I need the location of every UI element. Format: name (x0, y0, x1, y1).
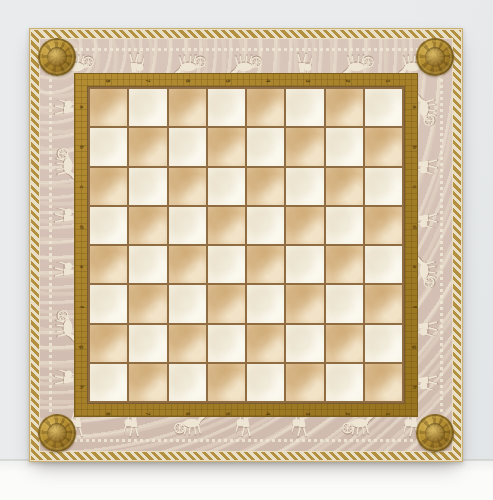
coord-left-f: f (79, 306, 85, 308)
square-b3[interactable] (129, 285, 166, 322)
square-f2[interactable] (286, 325, 323, 362)
square-c8[interactable] (169, 89, 206, 126)
square-d1[interactable] (208, 364, 245, 401)
corner-medallion-bottom-right (416, 414, 454, 452)
square-f1[interactable] (286, 364, 323, 401)
coord-left-a: a (79, 105, 85, 108)
square-g7[interactable] (326, 128, 363, 165)
square-f3[interactable] (286, 285, 323, 322)
coord-right-c: c (412, 185, 418, 188)
square-g5[interactable] (326, 207, 363, 244)
square-a8[interactable] (90, 89, 127, 126)
square-e2[interactable] (247, 325, 284, 362)
coord-bottom-2: 2 (345, 412, 351, 415)
square-c6[interactable] (169, 168, 206, 205)
coord-bottom-5: 5 (225, 412, 231, 415)
square-a3[interactable] (90, 285, 127, 322)
coord-right-e: e (412, 265, 418, 268)
coord-left-e: e (79, 265, 85, 268)
coord-left-c: c (79, 185, 85, 188)
coord-top-2: 2 (345, 79, 351, 82)
square-d5[interactable] (208, 207, 245, 244)
square-h2[interactable] (365, 325, 402, 362)
table-surface (0, 460, 493, 500)
coord-bottom-1: 1 (385, 412, 391, 415)
square-g6[interactable] (326, 168, 363, 205)
coord-top-3: 3 (305, 79, 311, 82)
square-c1[interactable] (169, 364, 206, 401)
square-b1[interactable] (129, 364, 166, 401)
coord-right-g: g (412, 345, 418, 349)
square-h5[interactable] (365, 207, 402, 244)
square-f6[interactable] (286, 168, 323, 205)
square-h8[interactable] (365, 89, 402, 126)
square-b5[interactable] (129, 207, 166, 244)
squares-grid (87, 86, 405, 404)
square-d2[interactable] (208, 325, 245, 362)
square-f5[interactable] (286, 207, 323, 244)
square-c4[interactable] (169, 246, 206, 283)
square-c3[interactable] (169, 285, 206, 322)
square-e7[interactable] (247, 128, 284, 165)
square-g1[interactable] (326, 364, 363, 401)
square-e4[interactable] (247, 246, 284, 283)
square-f8[interactable] (286, 89, 323, 126)
square-d8[interactable] (208, 89, 245, 126)
square-g4[interactable] (326, 246, 363, 283)
square-e6[interactable] (247, 168, 284, 205)
square-b6[interactable] (129, 168, 166, 205)
square-d4[interactable] (208, 246, 245, 283)
coord-bottom-3: 3 (305, 412, 311, 415)
coord-top-8: 8 (105, 79, 111, 82)
coord-top-5: 5 (225, 79, 231, 82)
square-c5[interactable] (169, 207, 206, 244)
coord-left-d: d (79, 225, 85, 229)
square-g3[interactable] (326, 285, 363, 322)
coord-bottom-6: 6 (185, 412, 191, 415)
square-h7[interactable] (365, 128, 402, 165)
square-a1[interactable] (90, 364, 127, 401)
square-b7[interactable] (129, 128, 166, 165)
square-a7[interactable] (90, 128, 127, 165)
coord-right-d: d (412, 225, 418, 229)
chess-board: 8765432187654321abcdefghabcdefgh (29, 28, 463, 462)
coord-left-g: g (79, 345, 85, 349)
square-a6[interactable] (90, 168, 127, 205)
square-c2[interactable] (169, 325, 206, 362)
corner-medallion-top-right (416, 38, 454, 76)
square-d6[interactable] (208, 168, 245, 205)
square-a5[interactable] (90, 207, 127, 244)
coord-left-b: b (79, 145, 85, 149)
square-h1[interactable] (365, 364, 402, 401)
square-a2[interactable] (90, 325, 127, 362)
square-e3[interactable] (247, 285, 284, 322)
coord-left-h: h (79, 385, 85, 389)
square-d7[interactable] (208, 128, 245, 165)
square-c7[interactable] (169, 128, 206, 165)
square-b8[interactable] (129, 89, 166, 126)
coord-bottom-4: 4 (265, 412, 271, 415)
coord-bottom-7: 7 (145, 412, 151, 415)
coord-right-h: h (412, 385, 418, 389)
square-f7[interactable] (286, 128, 323, 165)
square-a4[interactable] (90, 246, 127, 283)
square-g8[interactable] (326, 89, 363, 126)
coord-top-6: 6 (185, 79, 191, 82)
square-e1[interactable] (247, 364, 284, 401)
square-h4[interactable] (365, 246, 402, 283)
coord-top-4: 4 (265, 79, 271, 82)
square-d3[interactable] (208, 285, 245, 322)
square-b2[interactable] (129, 325, 166, 362)
square-h3[interactable] (365, 285, 402, 322)
square-g2[interactable] (326, 325, 363, 362)
coord-top-7: 7 (145, 79, 151, 82)
coord-right-f: f (412, 306, 418, 308)
square-f4[interactable] (286, 246, 323, 283)
square-b4[interactable] (129, 246, 166, 283)
coord-right-b: b (412, 145, 418, 149)
coord-right-a: a (412, 105, 418, 108)
coord-bottom-8: 8 (105, 412, 111, 415)
coord-top-1: 1 (385, 79, 391, 82)
square-e8[interactable] (247, 89, 284, 126)
square-e5[interactable] (247, 207, 284, 244)
corner-medallion-top-left (38, 38, 76, 76)
square-h6[interactable] (365, 168, 402, 205)
corner-medallion-bottom-left (38, 414, 76, 452)
product-photo-scene: 8765432187654321abcdefghabcdefgh (0, 0, 493, 500)
